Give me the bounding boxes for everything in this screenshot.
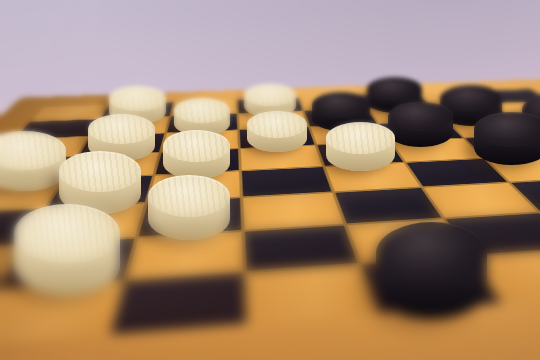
square-b3[interactable] [27, 204, 143, 243]
square-e6[interactable] [311, 124, 389, 144]
square-e4[interactable] [326, 163, 421, 191]
square-d1[interactable] [246, 265, 375, 323]
square-e5[interactable] [317, 142, 403, 166]
checkers-photo-scene [0, 0, 540, 360]
square-c2[interactable] [126, 231, 242, 278]
square-d4[interactable] [241, 167, 331, 196]
checkers-board [0, 79, 540, 360]
square-e2[interactable] [347, 219, 467, 262]
square-b4[interactable] [48, 176, 151, 208]
square-d5[interactable] [240, 145, 322, 170]
square-c6[interactable] [161, 130, 237, 151]
square-b1[interactable] [0, 282, 121, 347]
square-d6[interactable] [239, 127, 314, 148]
square-c4[interactable] [147, 171, 239, 202]
square-d7[interactable] [239, 111, 308, 129]
square-c7[interactable] [167, 114, 237, 132]
square-b6[interactable] [80, 133, 164, 155]
square-e3[interactable] [335, 188, 441, 223]
square-f7[interactable] [369, 106, 444, 123]
square-f6[interactable] [380, 121, 462, 141]
square-c1[interactable] [111, 273, 245, 334]
square-e7[interactable] [305, 109, 377, 126]
square-d3[interactable] [243, 193, 343, 229]
square-c3[interactable] [138, 198, 241, 236]
square-c5[interactable] [155, 149, 239, 174]
square-b5[interactable] [66, 153, 159, 179]
square-d2[interactable] [244, 225, 357, 270]
board-grid [0, 89, 540, 358]
